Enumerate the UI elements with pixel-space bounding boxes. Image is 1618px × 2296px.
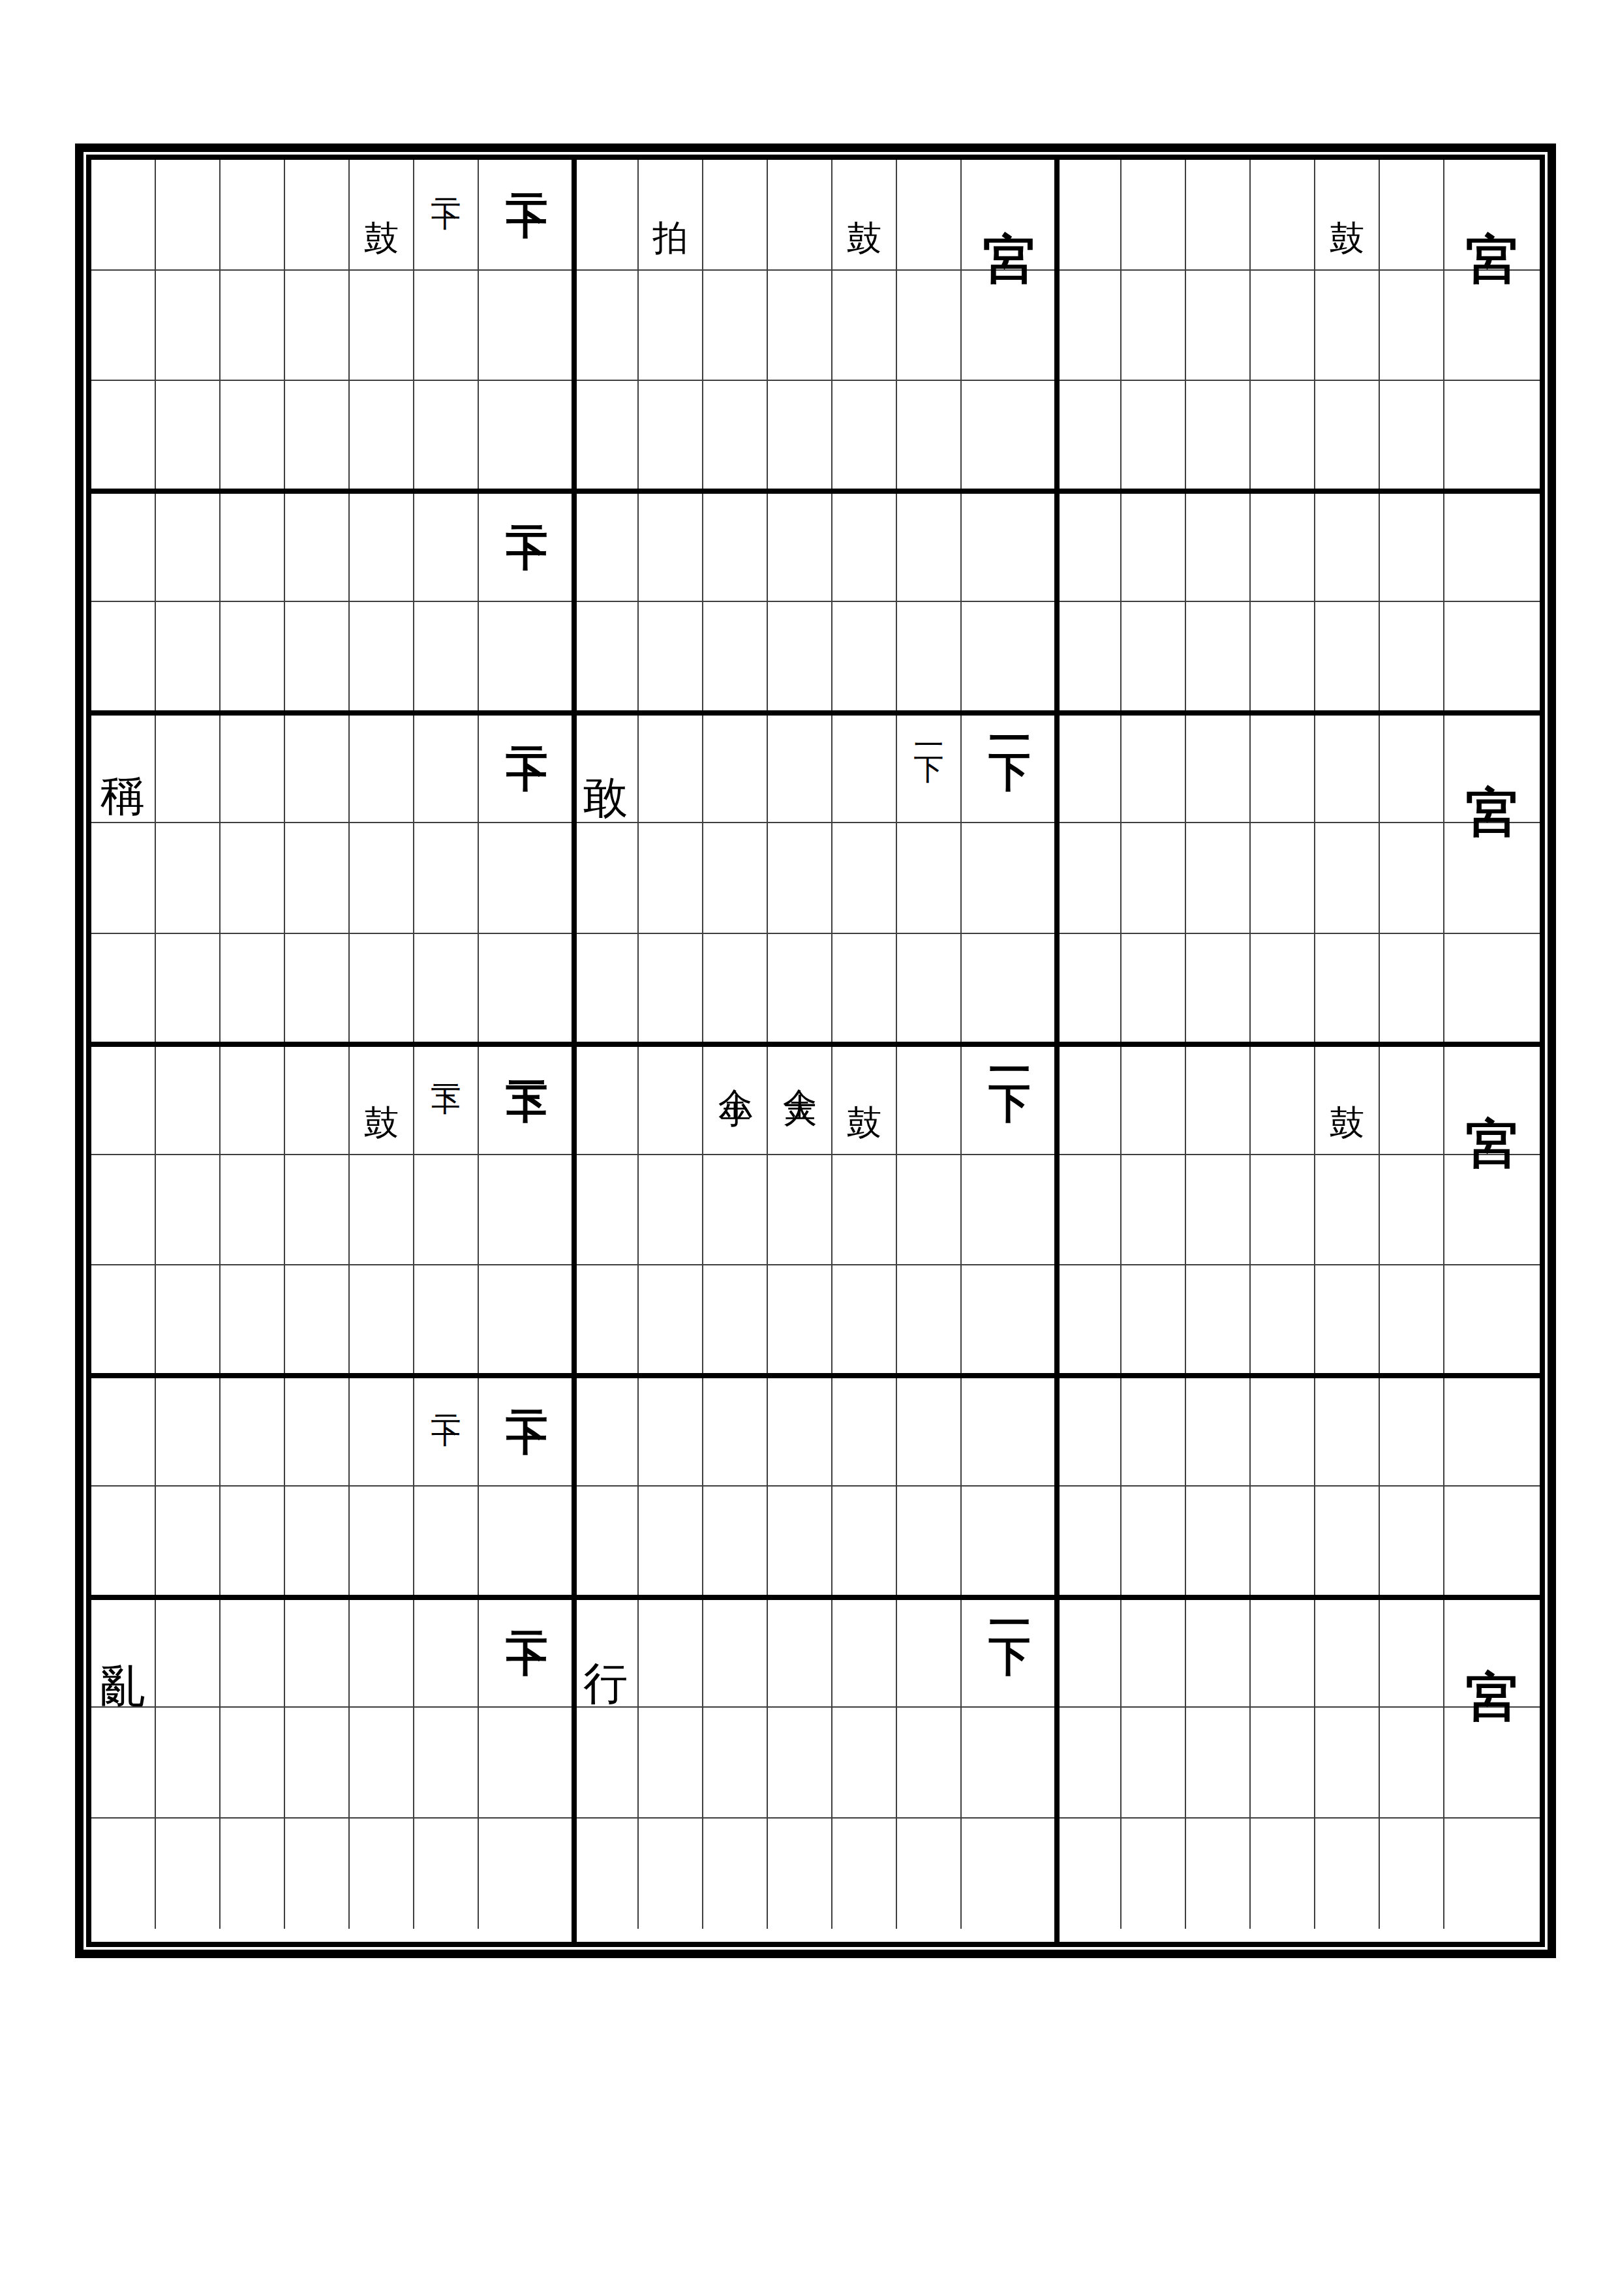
cell-r1-g1-c6: 下二: [414, 160, 479, 271]
cell-r9-g1-c6: 下三: [414, 1044, 479, 1155]
cell-r8-g1-c5: [350, 934, 414, 1045]
cell-r9-g3-c6: [1380, 1044, 1444, 1155]
cell-r4-g1-c3: [221, 492, 285, 603]
cell-r15-g2-c1: [574, 1708, 639, 1819]
cell-r4-g3-c7: [1444, 492, 1540, 603]
cell-r10-g3-c3: [1186, 1155, 1251, 1266]
cell-r3-g3-c1: [1057, 381, 1122, 492]
cell-r11-g3-c4: [1251, 1265, 1315, 1376]
cell-r11-g1-c4: [285, 1265, 350, 1376]
cell-r10-g1-c6: [414, 1155, 479, 1266]
cell-r15-g3-c7: [1444, 1708, 1540, 1819]
cell-r3-g1-c3: [221, 381, 285, 492]
cell-r13-g2-c6: [897, 1487, 962, 1597]
cell-r3-g2-c7: [962, 381, 1057, 492]
cell-r2-g2-c4: [768, 271, 832, 382]
cell-r11-g1-c5: [350, 1265, 414, 1376]
cell-r1-g1-c4: [285, 160, 350, 271]
cell-r14-g3-c1: [1057, 1597, 1122, 1708]
cell-r14-g2-c6: [897, 1597, 962, 1708]
cell-r5-g3-c1: [1057, 602, 1122, 713]
cell-r9-g3-c7: 宮: [1444, 1044, 1540, 1155]
cell-r3-g1-c6: [414, 381, 479, 492]
cell-r12-g2-c6: [897, 1376, 962, 1487]
cell-r6-g3-c7: 宮: [1444, 713, 1540, 824]
cell-r5-g3-c7: [1444, 602, 1540, 713]
cell-r5-g2-c7: [962, 602, 1057, 713]
cell-r13-g2-c3: [703, 1487, 768, 1597]
cell-r2-g2-c6: [897, 271, 962, 382]
cell-r12-g1-c1: [91, 1376, 156, 1487]
cell-r13-g3-c3: [1186, 1487, 1251, 1597]
cell-r10-g1-c5: [350, 1155, 414, 1266]
cell-r11-g1-c6: [414, 1265, 479, 1376]
cell-r10-g3-c5: [1315, 1155, 1380, 1266]
cell-r12-g2-c3: [703, 1376, 768, 1487]
cell-r16-g1-c3: [221, 1819, 285, 1929]
cell-r13-g1-c4: [285, 1487, 350, 1597]
cell-r15-g3-c3: [1186, 1708, 1251, 1819]
cell-r8-g2-c5: [832, 934, 897, 1045]
cell-r1-g2-c3: [703, 160, 768, 271]
cell-r11-g2-c7: [962, 1265, 1057, 1376]
phrase-divider: [91, 710, 1540, 716]
cell-r11-g1-c2: [156, 1265, 221, 1376]
cell-r8-g3-c4: [1251, 934, 1315, 1045]
cell-r13-g1-c1: [91, 1487, 156, 1597]
cell-r12-g1-c2: [156, 1376, 221, 1487]
cell-r4-g1-c4: [285, 492, 350, 603]
phrase-divider: [91, 1042, 1540, 1047]
cell-r11-g1-c1: [91, 1265, 156, 1376]
cell-r6-g1-c7: 下二: [479, 713, 574, 824]
cell-r3-g2-c2: [639, 381, 703, 492]
cell-r10-g3-c4: [1251, 1155, 1315, 1266]
cell-r4-g2-c6: [897, 492, 962, 603]
cell-r4-g2-c4: [768, 492, 832, 603]
cell-r4-g1-c7: 下二: [479, 492, 574, 603]
cell-r6-g2-c1: 敢: [574, 713, 639, 824]
cell-r8-g2-c2: [639, 934, 703, 1045]
cell-r15-g3-c6: [1380, 1708, 1444, 1819]
cell-r5-g3-c6: [1380, 602, 1444, 713]
cell-r14-g2-c4: [768, 1597, 832, 1708]
cell-r16-g2-c3: [703, 1819, 768, 1929]
cell-r8-g2-c6: [897, 934, 962, 1045]
cell-r3-g3-c6: [1380, 381, 1444, 492]
cell-r2-g2-c2: [639, 271, 703, 382]
cell-r14-g2-c3: [703, 1597, 768, 1708]
cell-r15-g1-c2: [156, 1708, 221, 1819]
cell-r1-g1-c2: [156, 160, 221, 271]
cell-r15-g1-c4: [285, 1708, 350, 1819]
cell-r6-g3-c1: [1057, 713, 1122, 824]
cell-r1-g2-c5: 鼓: [832, 160, 897, 271]
cell-r13-g3-c4: [1251, 1487, 1315, 1597]
cell-r4-g3-c2: [1122, 492, 1186, 603]
cell-r3-g2-c3: [703, 381, 768, 492]
cell-r6-g1-c5: [350, 713, 414, 824]
cell-r6-g2-c2: [639, 713, 703, 824]
cell-r10-g2-c3: [703, 1155, 768, 1266]
cell-r14-g1-c7: 下二: [479, 1597, 574, 1708]
cell-r7-g1-c3: [221, 823, 285, 934]
cell-r5-g2-c3: [703, 602, 768, 713]
cell-r13-g3-c5: [1315, 1487, 1380, 1597]
cell-r2-g2-c1: [574, 271, 639, 382]
cell-r13-g1-c5: [350, 1487, 414, 1597]
cell-r5-g1-c5: [350, 602, 414, 713]
cell-r16-g3-c4: [1251, 1819, 1315, 1929]
cell-r16-g2-c5: [832, 1819, 897, 1929]
cell-r12-g2-c1: [574, 1376, 639, 1487]
cell-r9-g3-c3: [1186, 1044, 1251, 1155]
cell-r3-g3-c5: [1315, 381, 1380, 492]
cell-r10-g3-c6: [1380, 1155, 1444, 1266]
cell-r2-g2-c7: [962, 271, 1057, 382]
cell-r8-g2-c4: [768, 934, 832, 1045]
cell-r5-g1-c3: [221, 602, 285, 713]
cell-r1-g2-c1: [574, 160, 639, 271]
major-column-divider: [572, 160, 577, 1942]
cell-r6-g2-c4: [768, 713, 832, 824]
cell-r11-g2-c5: [832, 1265, 897, 1376]
cell-r11-g2-c4: [768, 1265, 832, 1376]
score-page: 鼓下二下二拍鼓宮鼓宮下二稱下二敢下一下一宮鼓下三下三小金大金鼓下一鼓宮下二下二亂…: [0, 0, 1618, 2296]
cell-r8-g3-c2: [1122, 934, 1186, 1045]
cell-r9-g2-c1: [574, 1044, 639, 1155]
major-column-divider: [1054, 160, 1060, 1942]
cell-r12-g1-c3: [221, 1376, 285, 1487]
cell-r7-g2-c5: [832, 823, 897, 934]
cell-r5-g2-c5: [832, 602, 897, 713]
cell-r7-g3-c4: [1251, 823, 1315, 934]
cell-r8-g1-c2: [156, 934, 221, 1045]
cell-r8-g2-c3: [703, 934, 768, 1045]
cell-r3-g3-c7: [1444, 381, 1540, 492]
cell-r14-g3-c7: 宮: [1444, 1597, 1540, 1708]
cell-r7-g1-c1: [91, 823, 156, 934]
cell-r8-g2-c1: [574, 934, 639, 1045]
cell-r3-g2-c1: [574, 381, 639, 492]
cell-r11-g2-c6: [897, 1265, 962, 1376]
cell-r16-g1-c5: [350, 1819, 414, 1929]
cell-r15-g1-c6: [414, 1708, 479, 1819]
cell-r9-g1-c5: 鼓: [350, 1044, 414, 1155]
cell-r9-g2-c2: [639, 1044, 703, 1155]
cell-r5-g1-c1: [91, 602, 156, 713]
cell-r13-g1-c6: [414, 1487, 479, 1597]
cell-r13-g1-c2: [156, 1487, 221, 1597]
cell-r12-g3-c1: [1057, 1376, 1122, 1487]
cell-r3-g1-c4: [285, 381, 350, 492]
cell-r8-g3-c3: [1186, 934, 1251, 1045]
cell-r2-g3-c7: [1444, 271, 1540, 382]
cell-r4-g3-c5: [1315, 492, 1380, 603]
cell-r2-g1-c2: [156, 271, 221, 382]
cell-r7-g1-c5: [350, 823, 414, 934]
cell-r7-g1-c7: [479, 823, 574, 934]
cell-r14-g3-c3: [1186, 1597, 1251, 1708]
cell-r6-g3-c2: [1122, 713, 1186, 824]
cell-r9-g1-c1: [91, 1044, 156, 1155]
cell-r12-g2-c5: [832, 1376, 897, 1487]
cell-r9-g3-c2: [1122, 1044, 1186, 1155]
cell-r7-g2-c1: [574, 823, 639, 934]
cell-r11-g3-c6: [1380, 1265, 1444, 1376]
cell-r7-g3-c7: [1444, 823, 1540, 934]
cell-r9-g1-c3: [221, 1044, 285, 1155]
cell-r6-g3-c6: [1380, 713, 1444, 824]
cell-r5-g1-c2: [156, 602, 221, 713]
cell-r15-g3-c5: [1315, 1708, 1380, 1819]
cell-r4-g2-c5: [832, 492, 897, 603]
cell-r6-g2-c6: 下一: [897, 713, 962, 824]
cell-r2-g2-c3: [703, 271, 768, 382]
cell-r12-g1-c5: [350, 1376, 414, 1487]
cell-r2-g3-c6: [1380, 271, 1444, 382]
cell-r1-g2-c4: [768, 160, 832, 271]
cell-r4-g3-c6: [1380, 492, 1444, 603]
cell-r12-g3-c6: [1380, 1376, 1444, 1487]
cell-r2-g3-c4: [1251, 271, 1315, 382]
cell-r12-g3-c4: [1251, 1376, 1315, 1487]
cell-r10-g2-c1: [574, 1155, 639, 1266]
cell-r7-g3-c6: [1380, 823, 1444, 934]
cell-r3-g1-c1: [91, 381, 156, 492]
cell-r1-g3-c6: [1380, 160, 1444, 271]
cell-r11-g1-c7: [479, 1265, 574, 1376]
cell-r16-g2-c2: [639, 1819, 703, 1929]
cell-r2-g1-c5: [350, 271, 414, 382]
cell-r15-g2-c7: [962, 1708, 1057, 1819]
cell-r10-g2-c5: [832, 1155, 897, 1266]
cell-r6-g2-c3: [703, 713, 768, 824]
cell-r1-g3-c1: [1057, 160, 1122, 271]
phrase-divider: [91, 489, 1540, 494]
cell-r13-g2-c2: [639, 1487, 703, 1597]
cell-r16-g2-c1: [574, 1819, 639, 1929]
cell-r11-g1-c3: [221, 1265, 285, 1376]
cell-r14-g3-c6: [1380, 1597, 1444, 1708]
cell-r5-g1-c4: [285, 602, 350, 713]
cell-r6-g1-c1: 稱: [91, 713, 156, 824]
cell-r3-g2-c4: [768, 381, 832, 492]
cell-r15-g2-c2: [639, 1708, 703, 1819]
cell-r2-g2-c5: [832, 271, 897, 382]
cell-r14-g1-c6: [414, 1597, 479, 1708]
cell-r15-g1-c7: [479, 1708, 574, 1819]
cell-r3-g3-c3: [1186, 381, 1251, 492]
cell-r2-g1-c3: [221, 271, 285, 382]
cell-r1-g1-c7: 下二: [479, 160, 574, 271]
cell-r15-g1-c3: [221, 1708, 285, 1819]
cell-r16-g3-c6: [1380, 1819, 1444, 1929]
cell-r4-g1-c5: [350, 492, 414, 603]
cell-r12-g3-c3: [1186, 1376, 1251, 1487]
cell-r16-g1-c1: [91, 1819, 156, 1929]
cell-r13-g1-c3: [221, 1487, 285, 1597]
cell-r13-g2-c1: [574, 1487, 639, 1597]
cell-r11-g3-c7: [1444, 1265, 1540, 1376]
cell-r8-g1-c3: [221, 934, 285, 1045]
cell-r8-g3-c7: [1444, 934, 1540, 1045]
cell-r16-g3-c7: [1444, 1819, 1540, 1929]
cell-r14-g3-c5: [1315, 1597, 1380, 1708]
cell-r12-g2-c2: [639, 1376, 703, 1487]
cell-r13-g2-c7: [962, 1487, 1057, 1597]
cell-r11-g3-c5: [1315, 1265, 1380, 1376]
cell-r4-g1-c2: [156, 492, 221, 603]
cell-r16-g2-c4: [768, 1819, 832, 1929]
cell-r6-g1-c6: [414, 713, 479, 824]
cell-r1-g3-c4: [1251, 160, 1315, 271]
cell-r8-g1-c4: [285, 934, 350, 1045]
cell-r5-g1-c6: [414, 602, 479, 713]
cell-r13-g3-c2: [1122, 1487, 1186, 1597]
cell-r15-g1-c1: [91, 1708, 156, 1819]
cell-r8-g1-c1: [91, 934, 156, 1045]
cell-r16-g1-c7: [479, 1819, 574, 1929]
cell-r13-g3-c6: [1380, 1487, 1444, 1597]
phrase-divider: [91, 1595, 1540, 1600]
cell-r16-g2-c6: [897, 1819, 962, 1929]
cell-r5-g2-c4: [768, 602, 832, 713]
cell-r10-g2-c6: [897, 1155, 962, 1266]
cell-r3-g1-c5: [350, 381, 414, 492]
cell-r2-g1-c7: [479, 271, 574, 382]
cell-r4-g2-c2: [639, 492, 703, 603]
cell-r7-g2-c4: [768, 823, 832, 934]
cell-r12-g3-c7: [1444, 1376, 1540, 1487]
cell-r2-g1-c1: [91, 271, 156, 382]
cell-r10-g3-c1: [1057, 1155, 1122, 1266]
cell-r16-g2-c7: [962, 1819, 1057, 1929]
cell-r3-g2-c5: [832, 381, 897, 492]
cell-r16-g3-c3: [1186, 1819, 1251, 1929]
cell-r10-g2-c7: [962, 1155, 1057, 1266]
cell-r6-g3-c5: [1315, 713, 1380, 824]
cell-r13-g2-c4: [768, 1487, 832, 1597]
cell-r11-g2-c1: [574, 1265, 639, 1376]
cell-r2-g1-c6: [414, 271, 479, 382]
cell-r1-g3-c5: 鼓: [1315, 160, 1380, 271]
cell-r10-g1-c2: [156, 1155, 221, 1266]
cell-r4-g1-c1: [91, 492, 156, 603]
cell-r2-g1-c4: [285, 271, 350, 382]
cell-r4-g3-c3: [1186, 492, 1251, 603]
cell-r14-g1-c3: [221, 1597, 285, 1708]
cell-r14-g3-c4: [1251, 1597, 1315, 1708]
cell-r15-g3-c2: [1122, 1708, 1186, 1819]
cell-r11-g3-c2: [1122, 1265, 1186, 1376]
cell-r13-g2-c5: [832, 1487, 897, 1597]
cell-r12-g1-c4: [285, 1376, 350, 1487]
cell-r14-g2-c2: [639, 1597, 703, 1708]
cell-r16-g1-c2: [156, 1819, 221, 1929]
cell-r6-g3-c3: [1186, 713, 1251, 824]
cell-r7-g3-c1: [1057, 823, 1122, 934]
cell-r14-g3-c2: [1122, 1597, 1186, 1708]
cell-r13-g3-c1: [1057, 1487, 1122, 1597]
cell-r5-g1-c7: [479, 602, 574, 713]
cell-r8-g3-c6: [1380, 934, 1444, 1045]
cell-r14-g1-c4: [285, 1597, 350, 1708]
cell-r5-g3-c2: [1122, 602, 1186, 713]
cell-r6-g1-c4: [285, 713, 350, 824]
cell-r9-g3-c4: [1251, 1044, 1315, 1155]
cell-r1-g2-c6: [897, 160, 962, 271]
cell-r4-g2-c1: [574, 492, 639, 603]
cell-r1-g2-c7: 宮: [962, 160, 1057, 271]
cell-r12-g3-c2: [1122, 1376, 1186, 1487]
cell-r15-g2-c3: [703, 1708, 768, 1819]
cell-r15-g3-c1: [1057, 1708, 1122, 1819]
cell-r9-g2-c3: 小金: [703, 1044, 768, 1155]
cell-r1-g1-c5: 鼓: [350, 160, 414, 271]
cell-r15-g2-c5: [832, 1708, 897, 1819]
cell-r10-g1-c3: [221, 1155, 285, 1266]
cell-r3-g3-c2: [1122, 381, 1186, 492]
cell-r9-g1-c2: [156, 1044, 221, 1155]
cell-r12-g2-c4: [768, 1376, 832, 1487]
cell-r6-g3-c4: [1251, 713, 1315, 824]
cell-r5-g2-c6: [897, 602, 962, 713]
cell-r7-g2-c6: [897, 823, 962, 934]
cell-r14-g1-c1: 亂: [91, 1597, 156, 1708]
cell-r1-g3-c2: [1122, 160, 1186, 271]
cell-r10-g2-c4: [768, 1155, 832, 1266]
cell-r7-g2-c3: [703, 823, 768, 934]
cell-r12-g3-c5: [1315, 1376, 1380, 1487]
cell-r7-g1-c2: [156, 823, 221, 934]
cell-r16-g1-c6: [414, 1819, 479, 1929]
cell-r2-g3-c2: [1122, 271, 1186, 382]
cell-r14-g2-c5: [832, 1597, 897, 1708]
jeongganbo-grid: 鼓下二下二拍鼓宮鼓宮下二稱下二敢下一下一宮鼓下三下三小金大金鼓下一鼓宮下二下二亂…: [91, 160, 1540, 1942]
cell-r5-g3-c3: [1186, 602, 1251, 713]
cell-r15-g2-c6: [897, 1708, 962, 1819]
cell-r14-g2-c7: 下一: [962, 1597, 1057, 1708]
cell-r16-g3-c2: [1122, 1819, 1186, 1929]
cell-r10-g1-c1: [91, 1155, 156, 1266]
cell-r10-g3-c7: [1444, 1155, 1540, 1266]
cell-r15-g2-c4: [768, 1708, 832, 1819]
cell-r3-g1-c2: [156, 381, 221, 492]
cell-r3-g1-c7: [479, 381, 574, 492]
cell-r4-g2-c3: [703, 492, 768, 603]
score-inner-border: 鼓下二下二拍鼓宮鼓宮下二稱下二敢下一下一宮鼓下三下三小金大金鼓下一鼓宮下二下二亂…: [86, 155, 1545, 1947]
cell-r12-g1-c7: 下二: [479, 1376, 574, 1487]
cell-r7-g1-c6: [414, 823, 479, 934]
cell-r5-g2-c1: [574, 602, 639, 713]
cell-r4-g3-c4: [1251, 492, 1315, 603]
cell-r2-g3-c5: [1315, 271, 1380, 382]
cell-r13-g3-c7: [1444, 1487, 1540, 1597]
cell-r16-g3-c5: [1315, 1819, 1380, 1929]
cell-r1-g3-c3: [1186, 160, 1251, 271]
cell-r8-g1-c6: [414, 934, 479, 1045]
cell-r11-g2-c2: [639, 1265, 703, 1376]
cell-r9-g2-c6: [897, 1044, 962, 1155]
cell-r9-g1-c4: [285, 1044, 350, 1155]
score-outer-border: 鼓下二下二拍鼓宮鼓宮下二稱下二敢下一下一宮鼓下三下三小金大金鼓下一鼓宮下二下二亂…: [75, 143, 1556, 1958]
cell-r7-g2-c2: [639, 823, 703, 934]
cell-r5-g2-c2: [639, 602, 703, 713]
cell-r10-g2-c2: [639, 1155, 703, 1266]
cell-r2-g3-c1: [1057, 271, 1122, 382]
cell-r9-g3-c5: 鼓: [1315, 1044, 1380, 1155]
